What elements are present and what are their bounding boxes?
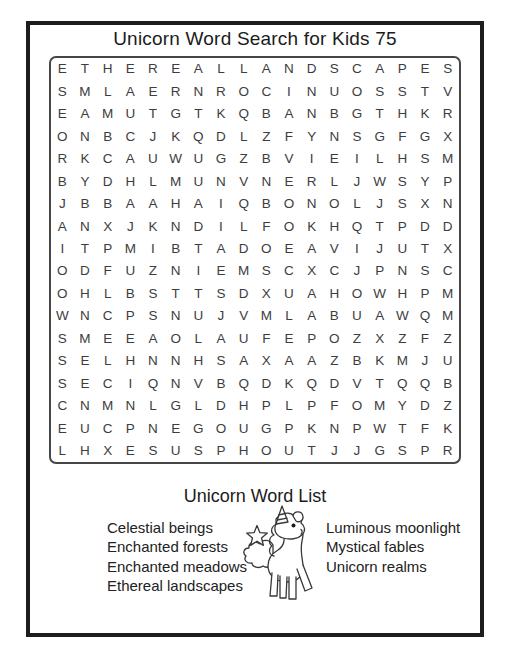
grid-cell-r15c9: Q [232,372,255,394]
grid-cell-r7c10: B [255,193,278,215]
grid-cell-r10c11: C [278,260,301,282]
grid-cell-r13c5: A [142,327,165,349]
grid-cell-r13c14: Z [346,327,369,349]
grid-cell-r6c2: Y [74,170,97,192]
grid-cell-r2c2: M [74,80,97,102]
grid-cell-r4c9: L [232,125,255,147]
grid-cell-r1c2: T [74,58,97,80]
grid-cell-r2c6: R [164,80,187,102]
grid-cell-r14c18: U [436,350,459,372]
word-list-item: Celestial beings [107,518,247,537]
grid-cell-r12c7: U [187,305,210,327]
grid-cell-r2c9: O [232,80,255,102]
grid-cell-r2c11: I [278,80,301,102]
grid-cell-r14c17: J [414,350,437,372]
grid-cell-r11c15: W [368,282,391,304]
grid-cell-r2c17: T [414,80,437,102]
grid-cell-r8c2: N [74,215,97,237]
grid-cell-r13c11: E [278,327,301,349]
grid-cell-r11c14: O [346,282,369,304]
grid-cell-r18c15: G [368,440,391,462]
grid-cell-r15c18: B [436,372,459,394]
grid-cell-r12c10: M [255,305,278,327]
grid-cell-r12c1: W [51,305,74,327]
word-list-item: Luminous moonlight [326,518,460,537]
grid-cell-r18c10: O [255,440,278,462]
grid-cell-r10c6: N [164,260,187,282]
grid-cell-r13c8: A [210,327,233,349]
word-list-item: Enchanted forests [107,537,247,556]
grid-cell-r8c1: A [51,215,74,237]
grid-cell-r17c9: U [232,417,255,439]
grid-cell-r7c2: B [74,193,97,215]
grid-cell-r17c10: G [255,417,278,439]
grid-cell-r11c3: L [96,282,119,304]
grid-cell-r4c13: N [323,125,346,147]
grid-cell-r17c1: E [51,417,74,439]
grid-cell-r16c10: P [255,395,278,417]
grid-cell-r6c5: L [142,170,165,192]
grid-cell-r15c2: E [74,372,97,394]
grid-cell-r14c11: A [278,350,301,372]
grid-cell-r15c6: N [164,372,187,394]
grid-cell-r13c17: F [414,327,437,349]
grid-cell-r8c11: O [278,215,301,237]
grid-cell-r4c1: O [51,125,74,147]
grid-cell-r17c3: C [96,417,119,439]
grid-cell-r3c1: E [51,103,74,125]
grid-cell-r13c4: E [119,327,142,349]
grid-cell-r16c4: N [119,395,142,417]
grid-cell-r4c12: Y [300,125,323,147]
grid-cell-r2c3: L [96,80,119,102]
grid-cell-r12c6: N [164,305,187,327]
grid-cell-r6c17: Y [414,170,437,192]
grid-cell-r3c17: K [414,103,437,125]
grid-cell-r5c16: H [391,148,414,170]
grid-cell-r13c16: Z [391,327,414,349]
grid-cell-r5c17: S [414,148,437,170]
grid-cell-r17c15: W [368,417,391,439]
grid-cell-r9c15: J [368,238,391,260]
word-list-item: Enchanted meadows [107,557,247,576]
grid-cell-r8c5: K [142,215,165,237]
grid-cell-r8c4: J [119,215,142,237]
grid-cell-r6c3: D [96,170,119,192]
grid-cell-r11c1: O [51,282,74,304]
grid-cell-r2c4: A [119,80,142,102]
grid-cell-r8c17: D [414,215,437,237]
grid-cell-r2c8: R [210,80,233,102]
grid-cell-r17c14: P [346,417,369,439]
grid-cell-r11c10: X [255,282,278,304]
grid-cell-r5c6: W [164,148,187,170]
grid-cell-r6c12: R [300,170,323,192]
grid-cell-r15c13: D [323,372,346,394]
grid-cell-r10c2: D [74,260,97,282]
grid-cell-r1c13: S [323,58,346,80]
grid-cell-r17c5: N [142,417,165,439]
word-list-left: Celestial beingsEnchanted forestsEnchant… [107,518,247,595]
grid-cell-r12c14: U [346,305,369,327]
grid-cell-r2c5: E [142,80,165,102]
grid-cell-r17c16: T [391,417,414,439]
grid-cell-r10c10: S [255,260,278,282]
word-list-right: Luminous moonlightMystical fablesUnicorn… [326,518,460,576]
grid-cell-r12c4: P [119,305,142,327]
grid-cell-r9c13: V [323,238,346,260]
grid-cell-r10c14: J [346,260,369,282]
grid-cell-r18c13: J [323,440,346,462]
grid-cell-r3c10: B [255,103,278,125]
grid-cell-r3c6: G [164,103,187,125]
grid-cell-r9c1: I [51,238,74,260]
grid-cell-r14c13: Z [323,350,346,372]
grid-cell-r13c2: M [74,327,97,349]
grid-cell-r18c16: S [391,440,414,462]
grid-cell-r11c4: B [119,282,142,304]
grid-cell-r8c12: K [300,215,323,237]
word-list-item: Mystical fables [326,537,460,556]
grid-cell-r16c3: M [96,395,119,417]
grid-cell-r15c5: Q [142,372,165,394]
grid-cell-r18c3: X [96,440,119,462]
word-list-item: Ethereal landscapes [107,576,247,595]
grid-cell-r12c3: C [96,305,119,327]
grid-cell-r18c7: S [187,440,210,462]
grid-cell-r5c7: U [187,148,210,170]
grid-cell-r4c18: X [436,125,459,147]
grid-cell-r2c13: U [323,80,346,102]
grid-cell-r15c8: B [210,372,233,394]
grid-cell-r16c1: C [51,395,74,417]
grid-cell-r10c1: O [51,260,74,282]
grid-cell-r1c1: E [51,58,74,80]
grid-cell-r9c7: T [187,238,210,260]
grid-cell-r8c15: T [368,215,391,237]
grid-cell-r7c14: L [346,193,369,215]
grid-cell-r17c18: K [436,417,459,439]
grid-cell-r16c9: H [232,395,255,417]
grid-cell-r4c7: Q [187,125,210,147]
grid-cell-r6c16: S [391,170,414,192]
grid-cell-r8c7: D [187,215,210,237]
word-search-grid: ETHEREALLANDSCAPESSMLAERNROCINUOSSTVEAMU… [51,58,459,462]
grid-cell-r8c10: F [255,215,278,237]
grid-cell-r11c8: S [210,282,233,304]
grid-cell-r4c14: S [346,125,369,147]
grid-cell-r9c6: B [164,238,187,260]
grid-cell-r6c6: M [164,170,187,192]
grid-cell-r12c8: J [210,305,233,327]
grid-cell-r5c3: C [96,148,119,170]
grid-cell-r13c15: X [368,327,391,349]
grid-cell-r1c7: A [187,58,210,80]
grid-cell-r15c16: Q [391,372,414,394]
grid-cell-r2c7: N [187,80,210,102]
grid-cell-r5c13: E [323,148,346,170]
grid-cell-r2c18: V [436,80,459,102]
grid-cell-r6c9: V [232,170,255,192]
grid-cell-r4c17: G [414,125,437,147]
grid-cell-r11c5: S [142,282,165,304]
grid-cell-r1c15: A [368,58,391,80]
grid-cell-r4c5: J [142,125,165,147]
grid-cell-r9c2: T [74,238,97,260]
grid-cell-r6c11: E [278,170,301,192]
grid-cell-r17c2: U [74,417,97,439]
grid-cell-r1c4: E [119,58,142,80]
grid-cell-r5c14: I [346,148,369,170]
grid-cell-r12c12: A [300,305,323,327]
grid-cell-r4c16: F [391,125,414,147]
grid-cell-r2c15: S [368,80,391,102]
grid-cell-r6c4: H [119,170,142,192]
grid-cell-r7c12: N [300,193,323,215]
grid-cell-r16c11: L [278,395,301,417]
grid-cell-r2c10: C [255,80,278,102]
grid-cell-r17c8: O [210,417,233,439]
unicorn-icon [242,503,330,605]
grid-cell-r15c12: Q [300,372,323,394]
grid-cell-r2c16: S [391,80,414,102]
grid-cell-r5c12: I [300,148,323,170]
grid-cell-r14c7: H [187,350,210,372]
grid-cell-r9c11: E [278,238,301,260]
unicorn-illustration [242,503,330,605]
grid-cell-r18c8: P [210,440,233,462]
word-list-item: Unicorn realms [326,557,460,576]
grid-cell-r5c18: M [436,148,459,170]
grid-cell-r9c17: T [414,238,437,260]
grid-cell-r16c6: G [164,395,187,417]
grid-cell-r14c6: N [164,350,187,372]
grid-cell-r13c7: L [187,327,210,349]
grid-cell-r1c9: L [232,58,255,80]
grid-cell-r10c12: X [300,260,323,282]
grid-cell-r17c12: K [300,417,323,439]
grid-cell-r15c3: C [96,372,119,394]
grid-cell-r12c13: B [323,305,346,327]
grid-cell-r18c14: J [346,440,369,462]
grid-cell-r3c7: T [187,103,210,125]
grid-cell-r17c7: G [187,417,210,439]
grid-cell-r18c18: R [436,440,459,462]
grid-cell-r6c14: J [346,170,369,192]
grid-cell-r7c9: Q [232,193,255,215]
grid-cell-r8c3: X [96,215,119,237]
grid-cell-r18c12: T [300,440,323,462]
grid-cell-r3c4: U [119,103,142,125]
grid-cell-r9c16: U [391,238,414,260]
grid-cell-r18c9: H [232,440,255,462]
grid-cell-r12c9: V [232,305,255,327]
grid-cell-r7c11: O [278,193,301,215]
grid-cell-r1c12: D [300,58,323,80]
grid-cell-r18c4: E [119,440,142,462]
grid-cell-r5c10: B [255,148,278,170]
grid-cell-r5c11: V [278,148,301,170]
grid-cell-r17c4: P [119,417,142,439]
grid-cell-r1c16: P [391,58,414,80]
grid-cell-r11c6: T [164,282,187,304]
grid-cell-r13c9: U [232,327,255,349]
grid-cell-r16c5: L [142,395,165,417]
grid-cell-r2c12: N [300,80,323,102]
grid-cell-r14c10: X [255,350,278,372]
grid-cell-r5c5: U [142,148,165,170]
grid-cell-r16c14: O [346,395,369,417]
grid-cell-r16c18: Z [436,395,459,417]
grid-cell-r16c16: Y [391,395,414,417]
grid-cell-r12c5: S [142,305,165,327]
grid-cell-r17c6: E [164,417,187,439]
grid-cell-r6c13: L [323,170,346,192]
grid-cell-r1c6: E [164,58,187,80]
grid-cell-r5c15: L [368,148,391,170]
grid-cell-r14c4: H [119,350,142,372]
grid-cell-r3c9: Q [232,103,255,125]
grid-cell-r3c18: R [436,103,459,125]
grid-cell-r3c16: H [391,103,414,125]
grid-cell-r3c5: T [142,103,165,125]
page-title: Unicorn Word Search for Kids 75 [30,26,480,52]
grid-cell-r10c7: I [187,260,210,282]
grid-cell-r10c17: S [414,260,437,282]
grid-cell-r18c11: U [278,440,301,462]
grid-cell-r4c2: N [74,125,97,147]
grid-cell-r4c15: G [368,125,391,147]
grid-cell-r13c3: E [96,327,119,349]
grid-cell-r1c10: A [255,58,278,80]
grid-cell-r7c1: J [51,193,74,215]
grid-cell-r7c7: A [187,193,210,215]
grid-cell-r14c15: K [368,350,391,372]
grid-cell-r6c8: N [210,170,233,192]
grid-cell-r13c12: P [300,327,323,349]
grid-cell-r8c9: L [232,215,255,237]
grid-cell-r9c12: A [300,238,323,260]
grid-cell-r10c13: C [323,260,346,282]
grid-cell-r7c4: A [119,193,142,215]
grid-cell-r12c2: N [74,305,97,327]
grid-cell-r14c8: S [210,350,233,372]
grid-cell-r11c18: M [436,282,459,304]
grid-cell-r4c4: C [119,125,142,147]
grid-cell-r9c5: I [142,238,165,260]
grid-cell-r5c1: R [51,148,74,170]
grid-cell-r13c10: F [255,327,278,349]
grid-cell-r12c15: A [368,305,391,327]
grid-cell-r14c1: S [51,350,74,372]
grid-cell-r15c15: T [368,372,391,394]
grid-cell-r1c8: L [210,58,233,80]
grid-cell-r3c3: M [96,103,119,125]
grid-cell-r16c2: N [74,395,97,417]
grid-cell-r13c1: S [51,327,74,349]
grid-cell-r7c17: X [414,193,437,215]
word-search-grid-box: ETHEREALLANDSCAPESSMLAERNROCINUOSSTVEAMU… [49,56,461,464]
grid-cell-r4c3: B [96,125,119,147]
grid-cell-r9c18: X [436,238,459,260]
page-frame: Unicorn Word Search for Kids 75 ETHEREAL… [26,21,484,637]
grid-cell-r4c11: F [278,125,301,147]
grid-cell-r1c5: R [142,58,165,80]
grid-cell-r3c8: K [210,103,233,125]
grid-cell-r11c16: H [391,282,414,304]
grid-cell-r8c18: D [436,215,459,237]
grid-cell-r1c18: S [436,58,459,80]
grid-cell-r11c9: D [232,282,255,304]
grid-cell-r9c8: A [210,238,233,260]
grid-cell-r6c7: U [187,170,210,192]
grid-cell-r1c17: E [414,58,437,80]
grid-cell-r16c12: P [300,395,323,417]
grid-cell-r16c13: F [323,395,346,417]
grid-cell-r7c8: I [210,193,233,215]
grid-cell-r9c9: D [232,238,255,260]
grid-cell-r4c10: Z [255,125,278,147]
grid-cell-r10c15: P [368,260,391,282]
grid-cell-r18c6: U [164,440,187,462]
grid-cell-r8c6: N [164,215,187,237]
grid-cell-r7c16: S [391,193,414,215]
grid-cell-r12c18: M [436,305,459,327]
grid-cell-r11c2: H [74,282,97,304]
grid-cell-r13c6: O [164,327,187,349]
grid-cell-r18c1: L [51,440,74,462]
grid-cell-r14c3: L [96,350,119,372]
grid-cell-r8c16: P [391,215,414,237]
grid-cell-r10c18: C [436,260,459,282]
grid-cell-r15c4: I [119,372,142,394]
grid-cell-r6c18: P [436,170,459,192]
grid-cell-r5c4: A [119,148,142,170]
grid-cell-r9c14: I [346,238,369,260]
grid-cell-r1c14: C [346,58,369,80]
grid-cell-r6c15: W [368,170,391,192]
grid-cell-r15c17: Q [414,372,437,394]
grid-cell-r14c9: A [232,350,255,372]
grid-cell-r14c2: E [74,350,97,372]
grid-cell-r17c17: F [414,417,437,439]
grid-cell-r16c7: L [187,395,210,417]
grid-cell-r16c17: D [414,395,437,417]
grid-cell-r12c11: L [278,305,301,327]
grid-cell-r4c6: K [164,125,187,147]
grid-cell-r11c17: P [414,282,437,304]
grid-cell-r8c8: I [210,215,233,237]
grid-cell-r15c1: S [51,372,74,394]
grid-cell-r10c8: E [210,260,233,282]
grid-cell-r12c17: Q [414,305,437,327]
grid-cell-r8c13: H [323,215,346,237]
grid-cell-r12c16: W [391,305,414,327]
grid-cell-r9c10: O [255,238,278,260]
grid-cell-r14c14: B [346,350,369,372]
grid-cell-r10c9: M [232,260,255,282]
grid-cell-r14c16: M [391,350,414,372]
grid-cell-r7c5: A [142,193,165,215]
grid-cell-r10c5: Z [142,260,165,282]
grid-cell-r13c18: Z [436,327,459,349]
grid-cell-r7c13: O [323,193,346,215]
grid-cell-r10c4: U [119,260,142,282]
grid-cell-r17c11: P [278,417,301,439]
grid-cell-r8c14: Q [346,215,369,237]
grid-cell-r4c8: D [210,125,233,147]
grid-cell-r11c13: H [323,282,346,304]
